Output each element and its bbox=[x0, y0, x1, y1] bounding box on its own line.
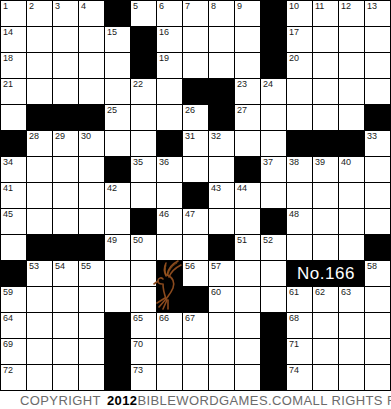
white-cell[interactable]: 30 bbox=[79, 131, 105, 157]
white-cell[interactable]: 59 bbox=[1, 287, 27, 313]
white-cell[interactable] bbox=[209, 209, 235, 235]
white-cell[interactable] bbox=[105, 209, 131, 235]
white-cell[interactable] bbox=[313, 235, 339, 261]
white-cell[interactable] bbox=[131, 183, 157, 209]
clue-number: 73 bbox=[133, 366, 143, 375]
white-cell[interactable]: 51 bbox=[235, 235, 261, 261]
white-cell[interactable] bbox=[313, 27, 339, 53]
white-cell[interactable] bbox=[79, 313, 105, 339]
white-cell[interactable] bbox=[1, 105, 27, 131]
clue-number: 30 bbox=[81, 132, 91, 141]
white-cell[interactable] bbox=[261, 183, 287, 209]
clue-number: 47 bbox=[185, 210, 195, 219]
black-cell bbox=[157, 261, 183, 287]
clue-number: 13 bbox=[367, 2, 377, 11]
white-cell[interactable] bbox=[235, 365, 261, 391]
white-cell[interactable]: 73 bbox=[131, 365, 157, 391]
white-cell[interactable]: 57 bbox=[209, 261, 235, 287]
white-cell[interactable] bbox=[157, 365, 183, 391]
white-cell[interactable]: 71 bbox=[287, 339, 313, 365]
clue-number: 3 bbox=[55, 2, 60, 11]
white-cell[interactable] bbox=[183, 235, 209, 261]
white-cell[interactable] bbox=[339, 313, 365, 339]
copyright-label: COPYRIGHT bbox=[20, 393, 101, 408]
white-cell[interactable] bbox=[131, 105, 157, 131]
white-cell[interactable] bbox=[235, 27, 261, 53]
white-cell[interactable]: 18 bbox=[1, 53, 27, 79]
white-cell[interactable] bbox=[131, 287, 157, 313]
clue-number: 21 bbox=[3, 80, 13, 89]
white-cell[interactable] bbox=[365, 79, 391, 105]
white-cell[interactable]: 28 bbox=[27, 131, 53, 157]
clue-number: 61 bbox=[289, 288, 299, 297]
white-cell[interactable] bbox=[339, 365, 365, 391]
clue-number: 39 bbox=[315, 158, 325, 167]
white-cell[interactable] bbox=[339, 209, 365, 235]
white-cell[interactable]: 17 bbox=[287, 27, 313, 53]
white-cell[interactable]: 60 bbox=[209, 287, 235, 313]
white-cell[interactable] bbox=[365, 313, 391, 339]
white-cell[interactable] bbox=[27, 209, 53, 235]
white-cell[interactable] bbox=[313, 183, 339, 209]
white-cell[interactable]: 50 bbox=[131, 235, 157, 261]
white-cell[interactable] bbox=[1, 235, 27, 261]
black-cell bbox=[1, 261, 27, 287]
black-cell bbox=[183, 79, 209, 105]
white-cell[interactable]: 62 bbox=[313, 287, 339, 313]
white-cell[interactable]: 23 bbox=[235, 79, 261, 105]
white-cell[interactable]: 54 bbox=[53, 261, 79, 287]
black-cell bbox=[261, 53, 287, 79]
white-cell[interactable] bbox=[105, 53, 131, 79]
white-cell[interactable] bbox=[235, 209, 261, 235]
white-cell[interactable] bbox=[53, 27, 79, 53]
white-cell[interactable] bbox=[209, 27, 235, 53]
clue-number: 22 bbox=[133, 80, 143, 89]
black-cell bbox=[261, 1, 287, 27]
white-cell[interactable]: 66 bbox=[157, 313, 183, 339]
white-cell[interactable] bbox=[209, 339, 235, 365]
black-cell bbox=[183, 287, 209, 313]
white-cell[interactable]: 49 bbox=[105, 235, 131, 261]
black-cell bbox=[1, 131, 27, 157]
clue-number: 17 bbox=[289, 28, 299, 37]
white-cell[interactable]: 74 bbox=[287, 365, 313, 391]
white-cell[interactable] bbox=[105, 79, 131, 105]
clue-number: 24 bbox=[263, 80, 273, 89]
white-cell[interactable] bbox=[27, 183, 53, 209]
clue-number: 18 bbox=[3, 54, 13, 63]
white-cell[interactable]: 7 bbox=[183, 1, 209, 27]
clue-number: 58 bbox=[367, 262, 377, 271]
site-name: BIBLEWORDGAMES.COM bbox=[137, 393, 303, 408]
white-cell[interactable] bbox=[339, 53, 365, 79]
clue-number: 48 bbox=[289, 210, 299, 219]
white-cell[interactable] bbox=[183, 339, 209, 365]
white-cell[interactable] bbox=[157, 105, 183, 131]
clue-number: 57 bbox=[211, 262, 221, 271]
white-cell[interactable] bbox=[339, 105, 365, 131]
white-cell[interactable] bbox=[105, 287, 131, 313]
clue-number: 1 bbox=[3, 2, 8, 11]
white-cell[interactable]: 58 bbox=[365, 261, 391, 287]
white-cell[interactable] bbox=[27, 79, 53, 105]
clue-number: 63 bbox=[341, 288, 351, 297]
white-cell[interactable]: 8 bbox=[209, 1, 235, 27]
white-cell[interactable] bbox=[339, 339, 365, 365]
white-cell[interactable]: 5 bbox=[131, 1, 157, 27]
white-cell[interactable]: 35 bbox=[131, 157, 157, 183]
white-cell[interactable] bbox=[53, 209, 79, 235]
black-cell bbox=[53, 105, 79, 131]
black-cell bbox=[79, 235, 105, 261]
clue-number: 52 bbox=[263, 236, 273, 245]
clue-number: 12 bbox=[341, 2, 351, 11]
white-cell[interactable] bbox=[79, 339, 105, 365]
white-cell[interactable] bbox=[183, 157, 209, 183]
black-cell bbox=[105, 157, 131, 183]
white-cell[interactable]: 64 bbox=[1, 313, 27, 339]
black-cell bbox=[261, 209, 287, 235]
white-cell[interactable]: 38 bbox=[287, 157, 313, 183]
black-cell bbox=[105, 339, 131, 365]
white-cell[interactable]: 27 bbox=[235, 105, 261, 131]
white-cell[interactable] bbox=[79, 157, 105, 183]
clue-number: 31 bbox=[185, 132, 195, 141]
white-cell[interactable] bbox=[53, 183, 79, 209]
rights-text: ALL RIGHTS RESERVED bbox=[304, 393, 391, 408]
clue-number: 51 bbox=[237, 236, 247, 245]
clue-number: 26 bbox=[185, 106, 195, 115]
clue-number: 8 bbox=[211, 2, 216, 11]
white-cell[interactable] bbox=[27, 365, 53, 391]
white-cell[interactable] bbox=[79, 53, 105, 79]
white-cell[interactable] bbox=[339, 235, 365, 261]
clue-number: 65 bbox=[133, 314, 143, 323]
white-cell[interactable] bbox=[27, 53, 53, 79]
white-cell[interactable]: 67 bbox=[183, 313, 209, 339]
white-cell[interactable] bbox=[339, 27, 365, 53]
white-cell[interactable] bbox=[27, 27, 53, 53]
copyright-bar: COPYRIGHT 2012 BIBLEWORDGAMES.COM ALL RI… bbox=[0, 391, 391, 409]
black-cell bbox=[313, 131, 339, 157]
black-cell bbox=[365, 235, 391, 261]
white-cell[interactable]: 43 bbox=[209, 183, 235, 209]
white-cell[interactable] bbox=[365, 339, 391, 365]
white-cell[interactable]: 34 bbox=[1, 157, 27, 183]
white-cell[interactable] bbox=[365, 209, 391, 235]
white-cell[interactable] bbox=[183, 365, 209, 391]
white-cell[interactable] bbox=[27, 287, 53, 313]
white-cell[interactable] bbox=[313, 105, 339, 131]
clue-number: 46 bbox=[159, 210, 169, 219]
white-cell[interactable] bbox=[365, 287, 391, 313]
white-cell[interactable]: 31 bbox=[183, 131, 209, 157]
white-cell[interactable]: 42 bbox=[105, 183, 131, 209]
white-cell[interactable] bbox=[27, 313, 53, 339]
white-cell[interactable]: 32 bbox=[209, 131, 235, 157]
black-cell bbox=[157, 287, 183, 313]
crossword-page: 1234567891011121314151617181920212223242… bbox=[0, 0, 391, 409]
white-cell[interactable] bbox=[157, 235, 183, 261]
white-cell[interactable] bbox=[53, 313, 79, 339]
white-cell[interactable] bbox=[313, 313, 339, 339]
white-cell[interactable] bbox=[27, 157, 53, 183]
black-cell bbox=[183, 183, 209, 209]
white-cell[interactable] bbox=[235, 53, 261, 79]
white-cell[interactable]: 61 bbox=[287, 287, 313, 313]
clue-number: 29 bbox=[55, 132, 65, 141]
white-cell[interactable]: 46 bbox=[157, 209, 183, 235]
white-cell[interactable] bbox=[365, 157, 391, 183]
white-cell[interactable]: 41 bbox=[1, 183, 27, 209]
white-cell[interactable] bbox=[287, 183, 313, 209]
white-cell[interactable]: 33 bbox=[365, 131, 391, 157]
clue-number: 16 bbox=[159, 28, 169, 37]
white-cell[interactable]: 1 bbox=[1, 1, 27, 27]
white-cell[interactable] bbox=[105, 131, 131, 157]
white-cell[interactable] bbox=[365, 53, 391, 79]
clue-number: 64 bbox=[3, 314, 13, 323]
white-cell[interactable] bbox=[235, 313, 261, 339]
white-cell[interactable]: 56 bbox=[183, 261, 209, 287]
clue-number: 40 bbox=[341, 158, 351, 167]
clue-number: 45 bbox=[3, 210, 13, 219]
white-cell[interactable] bbox=[157, 79, 183, 105]
white-cell[interactable]: 6 bbox=[157, 1, 183, 27]
white-cell[interactable]: 53 bbox=[27, 261, 53, 287]
white-cell[interactable] bbox=[313, 53, 339, 79]
crossword-grid: 1234567891011121314151617181920212223242… bbox=[0, 0, 391, 391]
white-cell[interactable]: 40 bbox=[339, 157, 365, 183]
clue-number: 4 bbox=[81, 2, 86, 11]
clue-number: 49 bbox=[107, 236, 117, 245]
clue-number: 36 bbox=[159, 158, 169, 167]
white-cell[interactable]: 69 bbox=[1, 339, 27, 365]
clue-number: 71 bbox=[289, 340, 299, 349]
black-cell bbox=[53, 235, 79, 261]
clue-number: 19 bbox=[159, 54, 169, 63]
white-cell[interactable]: 70 bbox=[131, 339, 157, 365]
black-cell bbox=[131, 53, 157, 79]
white-cell[interactable]: 13 bbox=[365, 1, 391, 27]
clue-number: 55 bbox=[81, 262, 91, 271]
white-cell[interactable]: 63 bbox=[339, 287, 365, 313]
white-cell[interactable]: 65 bbox=[131, 313, 157, 339]
white-cell[interactable] bbox=[79, 209, 105, 235]
white-cell[interactable] bbox=[339, 183, 365, 209]
white-cell[interactable] bbox=[313, 365, 339, 391]
black-cell bbox=[209, 105, 235, 131]
clue-number: 59 bbox=[3, 288, 13, 297]
white-cell[interactable]: 44 bbox=[235, 183, 261, 209]
white-cell[interactable]: 14 bbox=[1, 27, 27, 53]
white-cell[interactable]: 9 bbox=[235, 1, 261, 27]
clue-number: 7 bbox=[185, 2, 190, 11]
white-cell[interactable]: 25 bbox=[105, 105, 131, 131]
clue-number: 23 bbox=[237, 80, 247, 89]
white-cell[interactable] bbox=[53, 157, 79, 183]
clue-number: 33 bbox=[367, 132, 377, 141]
white-cell[interactable] bbox=[209, 313, 235, 339]
clue-number: 10 bbox=[289, 2, 299, 11]
black-cell bbox=[339, 131, 365, 157]
white-cell[interactable] bbox=[313, 339, 339, 365]
white-cell[interactable]: 55 bbox=[79, 261, 105, 287]
clue-number: 56 bbox=[185, 262, 195, 271]
white-cell[interactable] bbox=[105, 261, 131, 287]
white-cell[interactable]: 16 bbox=[157, 27, 183, 53]
white-cell[interactable]: 37 bbox=[261, 157, 287, 183]
black-cell bbox=[27, 235, 53, 261]
white-cell[interactable]: 10 bbox=[287, 1, 313, 27]
black-cell bbox=[105, 1, 131, 27]
white-cell[interactable] bbox=[209, 365, 235, 391]
white-cell[interactable]: 72 bbox=[1, 365, 27, 391]
black-cell bbox=[79, 105, 105, 131]
clue-number: 69 bbox=[3, 340, 13, 349]
clue-number: 70 bbox=[133, 340, 143, 349]
clue-number: 37 bbox=[263, 158, 273, 167]
black-cell bbox=[261, 27, 287, 53]
black-cell bbox=[209, 79, 235, 105]
clue-number: 9 bbox=[237, 2, 242, 11]
white-cell[interactable] bbox=[313, 209, 339, 235]
black-cell bbox=[27, 105, 53, 131]
white-cell[interactable] bbox=[287, 235, 313, 261]
white-cell[interactable]: 68 bbox=[287, 313, 313, 339]
clue-number: 6 bbox=[159, 2, 164, 11]
clue-number: 60 bbox=[211, 288, 221, 297]
clue-number: 74 bbox=[289, 366, 299, 375]
white-cell[interactable]: 26 bbox=[183, 105, 209, 131]
white-cell[interactable]: 20 bbox=[287, 53, 313, 79]
clue-number: 44 bbox=[237, 184, 247, 193]
white-cell[interactable] bbox=[235, 287, 261, 313]
white-cell[interactable] bbox=[235, 131, 261, 157]
black-cell bbox=[157, 131, 183, 157]
white-cell[interactable] bbox=[261, 261, 287, 287]
clue-number: 25 bbox=[107, 106, 117, 115]
clue-number: 20 bbox=[289, 54, 299, 63]
white-cell[interactable] bbox=[157, 183, 183, 209]
white-cell[interactable] bbox=[131, 261, 157, 287]
white-cell[interactable] bbox=[365, 27, 391, 53]
clue-number: 42 bbox=[107, 184, 117, 193]
white-cell[interactable] bbox=[53, 339, 79, 365]
white-cell[interactable]: 3 bbox=[53, 1, 79, 27]
clue-number: 5 bbox=[133, 2, 138, 11]
white-cell[interactable]: 4 bbox=[79, 1, 105, 27]
clue-number: 15 bbox=[107, 28, 117, 37]
white-cell[interactable] bbox=[261, 287, 287, 313]
black-cell bbox=[261, 365, 287, 391]
white-cell[interactable] bbox=[235, 339, 261, 365]
black-cell bbox=[261, 313, 287, 339]
white-cell[interactable] bbox=[79, 287, 105, 313]
white-cell[interactable] bbox=[53, 287, 79, 313]
clue-number: 32 bbox=[211, 132, 221, 141]
puzzle-number-plate: No.166 bbox=[287, 261, 365, 287]
white-cell[interactable]: 21 bbox=[1, 79, 27, 105]
white-cell[interactable]: 52 bbox=[261, 235, 287, 261]
clue-number: 28 bbox=[29, 132, 39, 141]
clue-number: 62 bbox=[315, 288, 325, 297]
clue-number: 66 bbox=[159, 314, 169, 323]
white-cell[interactable] bbox=[79, 79, 105, 105]
white-cell[interactable]: 12 bbox=[339, 1, 365, 27]
clue-number: 2 bbox=[29, 2, 34, 11]
clue-number: 41 bbox=[3, 184, 13, 193]
white-cell[interactable] bbox=[79, 365, 105, 391]
white-cell[interactable]: 11 bbox=[313, 1, 339, 27]
black-cell bbox=[131, 27, 157, 53]
white-cell[interactable] bbox=[79, 27, 105, 53]
white-cell[interactable]: 29 bbox=[53, 131, 79, 157]
black-cell bbox=[105, 365, 131, 391]
white-cell[interactable] bbox=[183, 53, 209, 79]
white-cell[interactable] bbox=[209, 53, 235, 79]
white-cell[interactable] bbox=[287, 105, 313, 131]
clue-number: 53 bbox=[29, 262, 39, 271]
puzzle-number-label: No.166 bbox=[297, 264, 355, 284]
white-cell[interactable]: 19 bbox=[157, 53, 183, 79]
white-cell[interactable]: 2 bbox=[27, 1, 53, 27]
white-cell[interactable]: 48 bbox=[287, 209, 313, 235]
white-cell[interactable] bbox=[79, 183, 105, 209]
white-cell[interactable]: 36 bbox=[157, 157, 183, 183]
white-cell[interactable] bbox=[183, 27, 209, 53]
white-cell[interactable] bbox=[261, 131, 287, 157]
white-cell[interactable] bbox=[131, 131, 157, 157]
white-cell[interactable] bbox=[157, 339, 183, 365]
white-cell[interactable] bbox=[287, 79, 313, 105]
white-cell[interactable] bbox=[27, 339, 53, 365]
clue-number: 38 bbox=[289, 158, 299, 167]
white-cell[interactable] bbox=[53, 365, 79, 391]
clue-number: 11 bbox=[315, 2, 324, 11]
clue-number: 35 bbox=[133, 158, 143, 167]
white-cell[interactable] bbox=[365, 183, 391, 209]
white-cell[interactable] bbox=[53, 53, 79, 79]
black-cell bbox=[209, 235, 235, 261]
black-cell bbox=[105, 313, 131, 339]
white-cell[interactable]: 39 bbox=[313, 157, 339, 183]
black-cell bbox=[287, 131, 313, 157]
white-cell[interactable]: 24 bbox=[261, 79, 287, 105]
clue-number: 43 bbox=[211, 184, 221, 193]
white-cell[interactable]: 47 bbox=[183, 209, 209, 235]
clue-number: 27 bbox=[237, 106, 247, 115]
clue-number: 54 bbox=[55, 262, 65, 271]
clue-number: 72 bbox=[3, 366, 13, 375]
white-cell[interactable] bbox=[261, 105, 287, 131]
white-cell[interactable] bbox=[339, 79, 365, 105]
white-cell[interactable] bbox=[209, 157, 235, 183]
white-cell[interactable]: 45 bbox=[1, 209, 27, 235]
black-cell bbox=[261, 339, 287, 365]
white-cell[interactable] bbox=[53, 79, 79, 105]
black-cell bbox=[235, 157, 261, 183]
clue-number: 67 bbox=[185, 314, 195, 323]
black-cell bbox=[365, 105, 391, 131]
white-cell[interactable] bbox=[365, 365, 391, 391]
white-cell[interactable] bbox=[235, 261, 261, 287]
clue-number: 50 bbox=[133, 236, 143, 245]
white-cell[interactable]: 15 bbox=[105, 27, 131, 53]
white-cell[interactable] bbox=[313, 79, 339, 105]
white-cell[interactable]: 22 bbox=[131, 79, 157, 105]
